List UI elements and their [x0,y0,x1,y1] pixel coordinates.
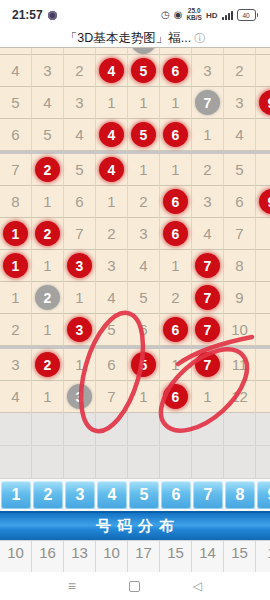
red-ball: 6 [163,384,188,409]
appearance-count-cell: 10 [96,541,128,574]
miss-count: 6 [107,356,115,373]
grid-cell: 6 [160,119,192,151]
grid-cell: 9 [256,87,270,119]
red-ball: 2 [35,352,60,377]
grid-cell: 2 [0,314,32,346]
grid-cell: 4 [96,154,128,186]
grid-cell [192,413,224,446]
grid-cell [96,413,128,446]
grid-cell: 2 [128,186,160,218]
miss-count: 3 [235,94,243,111]
red-ball: 6 [163,189,188,214]
grid-cell: 7 [192,250,224,282]
grid-cell: 8 [0,186,32,218]
miss-count: 1 [43,321,51,338]
grid-cell: 6 [224,186,256,218]
grid-cell: 4 [192,218,224,250]
grid-cell [32,446,64,479]
miss-count: 7 [11,161,19,178]
grid-cell [224,446,256,479]
grid-cell: 1 [160,250,192,282]
draw-row: 413716112 [0,381,270,413]
location-icon: ◉ [174,10,183,20]
grid-cell: 3 [64,314,96,346]
digit-header-tile[interactable]: 4 [97,481,127,509]
grid-cell [160,413,192,446]
grid-cell [96,446,128,479]
miss-count: 4 [203,225,211,242]
digit-header-tile[interactable]: 7 [193,481,223,509]
number-distribution-banner: 号码分布 [0,511,270,540]
appearance-count-cell: 17 [128,541,160,574]
grid-cell [256,381,270,413]
appearance-count-cell: 15 [224,541,256,574]
grid-cell: 1 [128,87,160,119]
appearance-count-cell: 13 [64,541,96,574]
appearance-count-row: 10161310171514151 [0,540,270,574]
miss-count: 1 [107,94,115,111]
grid-cell [256,314,270,346]
digit-header-tile[interactable]: 3 [65,481,95,509]
grid-cell [32,413,64,446]
miss-count: 1 [171,257,179,274]
grid-cell: 9 [256,186,270,218]
page-title: 「3D基本走势图」福... [65,30,191,47]
red-ball: 5 [131,58,156,83]
red-ball: 1 [3,221,28,246]
miss-count: 5 [235,161,243,178]
grid-cell: 1 [0,218,32,250]
red-ball: 4 [99,122,124,147]
miss-count: 1 [139,161,147,178]
appearance-count-cell: 14 [192,541,224,574]
red-ball: 6 [163,122,188,147]
grid-cell: 3 [192,186,224,218]
miss-count: 1 [43,257,51,274]
red-ball: 3 [67,253,92,278]
draw-row: 72541125 [0,154,270,186]
miss-count: 1 [75,356,83,373]
red-ball: 7 [195,317,220,342]
grid-cell: 5 [224,154,256,186]
miss-count: 2 [107,225,115,242]
miss-count: 2 [139,193,147,210]
grid-cell: 1 [64,349,96,381]
draw-row: 543111739 [0,87,270,119]
grid-cell [160,446,192,479]
empty-row [0,413,270,446]
miss-count: 4 [75,126,83,143]
miss-count: 5 [139,289,147,306]
grid-cell: 6 [160,218,192,250]
grid-cell: 5 [128,349,160,381]
grid-cell: 2 [32,349,64,381]
gray-ball: 7 [195,90,220,115]
grid-cell: 7 [192,314,224,346]
miss-count: 7 [75,225,83,242]
miss-count: 2 [11,321,19,338]
miss-count: 4 [139,257,147,274]
grid-cell [256,119,270,151]
red-ball: 6 [163,317,188,342]
grid-cell: 6 [160,55,192,87]
clipped-top-row [0,48,270,55]
grid-cell: 7 [0,154,32,186]
status-time: 21:57 [12,8,43,22]
miss-count: 8 [235,257,243,274]
red-ball: 7 [195,352,220,377]
draw-row: 816126369 [0,186,270,218]
grid-cell [256,48,270,55]
grid-cell [256,250,270,282]
miss-count: 1 [139,388,147,405]
appearance-count-cell: 15 [160,541,192,574]
grid-cell [128,446,160,479]
digit-header-tile[interactable]: 8 [225,481,255,509]
grid-cell: 3 [0,349,32,381]
grid-cell: 2 [192,154,224,186]
grid-cell: 1 [0,250,32,282]
digit-header-row: 123456789 [0,479,270,511]
grid-cell: 4 [224,119,256,151]
grid-cell: 2 [64,55,96,87]
miss-count: 1 [203,126,211,143]
red-ball: 9 [259,189,270,214]
miss-count: 1 [11,289,19,306]
miss-count: 10 [231,321,248,338]
miss-count: 12 [231,388,248,405]
grid-cell [256,413,270,446]
miss-count: 4 [235,126,243,143]
miss-count: 1 [171,161,179,178]
grid-cell [256,446,270,479]
grid-cell [192,48,224,55]
trend-chart: 4324563254311173965445614725411258161263… [0,47,270,479]
gray-ball: 3 [67,384,92,409]
grid-cell: 4 [96,282,128,314]
grid-cell: 3 [32,55,64,87]
red-ball: 5 [131,122,156,147]
info-icon[interactable]: ⓘ [194,31,205,46]
appearance-count-cell: 1 [256,541,270,574]
grid-cell: 5 [128,55,160,87]
miss-count: 1 [107,193,115,210]
grid-cell: 1 [128,381,160,413]
grid-cell [256,154,270,186]
grid-cell: 1 [192,119,224,151]
draw-row: 213566710 [0,314,270,346]
miss-count: 1 [43,388,51,405]
grid-cell: 1 [160,349,192,381]
grid-cell [96,48,128,55]
digit-header-tile[interactable]: 5 [129,481,159,509]
grid-cell [0,413,32,446]
miss-count: 7 [107,388,115,405]
grid-cell: 6 [0,119,32,151]
miss-count: 1 [75,289,83,306]
gray-ball [131,48,156,54]
miss-count: 6 [235,193,243,210]
appearance-count-cell: 10 [0,541,32,574]
grid-cell: 3 [64,381,96,413]
grid-cell [32,48,64,55]
appearance-count-cell: 16 [32,541,64,574]
grid-cell [256,218,270,250]
red-ball: 3 [67,317,92,342]
grid-cell [0,48,32,55]
grid-cell: 1 [0,282,32,314]
grid-cell: 1 [64,282,96,314]
miss-count: 6 [139,321,147,338]
draw-row: 321651711 [0,349,270,381]
gray-ball: 2 [35,285,60,310]
grid-cell: 4 [0,381,32,413]
miss-count: 1 [171,94,179,111]
red-ball: 2 [35,157,60,182]
menu-button[interactable]: ≡ [68,578,76,594]
miss-count: 2 [75,62,83,79]
grid-cell [0,446,32,479]
grid-cell: 4 [96,119,128,151]
grid-cell [128,413,160,446]
grid-cell: 1 [96,186,128,218]
grid-cell [256,349,270,381]
grid-cell: 5 [96,314,128,346]
grid-cell [192,446,224,479]
grid-cell: 5 [0,87,32,119]
miss-count: 4 [11,388,19,405]
grid-cell: 5 [64,154,96,186]
miss-count: 4 [43,94,51,111]
draw-row: 43245632 [0,55,270,87]
grid-cell: 2 [224,55,256,87]
grid-cell: 2 [32,282,64,314]
miss-count: 5 [107,321,115,338]
grid-cell: 5 [32,119,64,151]
draw-row: 12723647 [0,218,270,250]
red-ball: 5 [131,352,156,377]
grid-cell: 4 [0,55,32,87]
grid-cell [64,413,96,446]
grid-cell [256,282,270,314]
miss-count: 4 [11,62,19,79]
grid-cell: 2 [32,218,64,250]
red-ball: 6 [163,221,188,246]
grid-cell [224,413,256,446]
grid-cell [128,48,160,55]
empty-row [0,446,270,479]
grid-cell: 2 [96,218,128,250]
battery-icon: 40 [237,9,259,21]
miss-count: 6 [11,126,19,143]
red-ball: 7 [195,285,220,310]
grid-cell: 2 [32,154,64,186]
grid-cell: 1 [32,186,64,218]
grid-cell: 7 [192,349,224,381]
grid-cell: 3 [224,87,256,119]
android-nav-bar: ≡ ◁ [0,572,270,600]
home-button[interactable] [129,581,140,592]
miss-count: 3 [203,62,211,79]
red-ball: 7 [195,253,220,278]
grid-cell: 1 [128,154,160,186]
miss-count: 7 [235,225,243,242]
grid-cell: 7 [224,218,256,250]
grid-cell: 1 [32,314,64,346]
signal-bars-icon [222,11,233,20]
draw-row: 65445614 [0,119,270,151]
grid-cell: 7 [64,218,96,250]
grid-cell: 10 [224,314,256,346]
miss-count: 3 [139,225,147,242]
digit-header-tile[interactable]: 9 [257,481,270,509]
grid-cell: 4 [96,55,128,87]
miss-count: 3 [43,62,51,79]
grid-cell [224,48,256,55]
miss-count: 11 [232,356,248,373]
grid-cell: 11 [224,349,256,381]
grid-cell [160,48,192,55]
network-speed-indicator: 25.0 KB/S [186,8,202,22]
grid-cell: 3 [64,87,96,119]
miss-count: 3 [11,356,19,373]
grid-cell: 6 [160,314,192,346]
grid-cell: 3 [96,250,128,282]
miss-count: 2 [235,62,243,79]
hd-voice-icon: HD [206,11,218,20]
miss-count: 5 [43,126,51,143]
grid-cell: 6 [160,381,192,413]
miss-count: 1 [171,356,179,373]
miss-count: 1 [139,94,147,111]
miss-count: 4 [107,289,115,306]
digit-header-tile[interactable]: 6 [161,481,191,509]
grid-cell: 1 [160,87,192,119]
back-button[interactable]: ◁ [193,579,202,593]
grid-cell: 4 [64,119,96,151]
grid-cell: 3 [192,55,224,87]
draw-row: 11334178 [0,250,270,282]
miss-count: 2 [203,161,211,178]
grid-cell: 12 [224,381,256,413]
grid-cell: 7 [192,282,224,314]
grid-cell: 1 [32,250,64,282]
red-ball: 6 [163,58,188,83]
grid-cell [256,55,270,87]
grid-cell: 4 [32,87,64,119]
grid-cell: 3 [64,250,96,282]
miss-count: 2 [171,289,179,306]
grid-cell: 2 [160,282,192,314]
grid-cell: 6 [160,186,192,218]
alarm-clock-icon: ◷ [161,10,170,20]
recorder-dot-icon [48,11,57,20]
grid-cell: 4 [128,250,160,282]
grid-cell: 6 [128,314,160,346]
red-ball: 9 [259,90,270,115]
grid-cell: 1 [32,381,64,413]
red-ball: 4 [99,157,124,182]
miss-count: 3 [203,193,211,210]
digit-header-tile[interactable]: 1 [1,481,31,509]
miss-count: 6 [75,193,83,210]
draw-row: 12145279 [0,282,270,314]
phone-screen: 21:57 ◷ ◉ 25.0 KB/S HD 40 「3D基本走势图」福... … [0,0,270,600]
grid-cell: 7 [192,87,224,119]
grid-cell: 6 [96,349,128,381]
grid-cell: 5 [128,119,160,151]
miss-count: 1 [203,388,211,405]
miss-count: 9 [235,289,243,306]
grid-cell [64,48,96,55]
grid-cell: 1 [96,87,128,119]
page-title-bar: 「3D基本走势图」福... ⓘ [0,30,270,47]
grid-cell: 7 [96,381,128,413]
miss-count: 8 [11,193,19,210]
red-ball: 4 [99,58,124,83]
grid-cell: 1 [192,381,224,413]
red-ball: 2 [35,221,60,246]
grid-cell: 6 [64,186,96,218]
miss-count: 3 [107,257,115,274]
miss-count: 5 [75,161,83,178]
miss-count: 1 [43,193,51,210]
miss-count: 5 [11,94,19,111]
grid-cell [64,446,96,479]
grid-cell: 8 [224,250,256,282]
grid-cell: 9 [224,282,256,314]
red-ball: 1 [3,253,28,278]
status-bar: 21:57 ◷ ◉ 25.0 KB/S HD 40 [0,0,270,30]
grid-cell: 5 [128,282,160,314]
grid-cell: 1 [160,154,192,186]
miss-count: 3 [75,94,83,111]
grid-cell: 3 [128,218,160,250]
digit-header-tile[interactable]: 2 [33,481,63,509]
